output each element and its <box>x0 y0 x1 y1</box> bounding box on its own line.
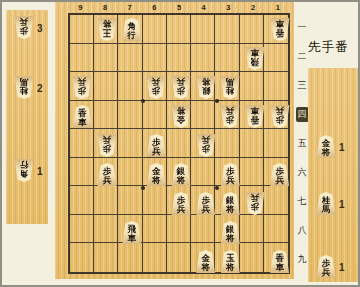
square-2三[interactable] <box>240 72 264 101</box>
square-2六[interactable] <box>240 158 264 187</box>
square-2八[interactable] <box>240 215 264 244</box>
file-coordinate-labels: 987654321 <box>68 2 290 13</box>
square-4八[interactable] <box>191 215 215 244</box>
hand-count-桂馬: 1 <box>339 199 345 210</box>
square-1二[interactable] <box>264 44 288 73</box>
rank-label-八: 八 <box>295 216 309 245</box>
square-5一[interactable] <box>167 15 191 44</box>
square-5九[interactable] <box>167 243 191 272</box>
square-2一[interactable] <box>240 15 264 44</box>
square-9八[interactable] <box>70 215 94 244</box>
square-9七[interactable] <box>70 186 94 215</box>
square-4二[interactable] <box>191 44 215 73</box>
file-label-3: 3 <box>216 2 241 13</box>
file-label-8: 8 <box>93 2 118 13</box>
hand-count-歩兵: 1 <box>339 262 345 273</box>
square-4六[interactable] <box>191 158 215 187</box>
square-1七[interactable] <box>264 186 288 215</box>
hand-count-金将: 1 <box>339 142 345 153</box>
square-7七[interactable] <box>118 186 142 215</box>
square-7五[interactable] <box>118 129 142 158</box>
square-5五[interactable] <box>167 129 191 158</box>
square-7九[interactable] <box>118 243 142 272</box>
rank-label-五: 五 <box>295 129 309 158</box>
square-9一[interactable] <box>70 15 94 44</box>
square-4四[interactable] <box>191 101 215 130</box>
file-label-4: 4 <box>191 2 216 13</box>
rank-coordinate-labels: 一二三四五六七八九 <box>295 13 309 274</box>
square-6四[interactable] <box>143 101 167 130</box>
square-6八[interactable] <box>143 215 167 244</box>
rank-label-七: 七 <box>295 187 309 216</box>
rank-label-九: 九 <box>295 245 309 274</box>
square-9二[interactable] <box>70 44 94 73</box>
file-label-5: 5 <box>167 2 192 13</box>
piece-桂馬-hand[interactable]: 桂馬 <box>14 76 34 99</box>
shogi-board: 987654321 <box>55 2 294 279</box>
file-label-7: 7 <box>117 2 142 13</box>
rank-label-三: 三 <box>295 71 309 100</box>
shogi-app-window: { "game": "shogi", "position": { "sfen":… <box>0 0 360 287</box>
square-5二[interactable] <box>167 44 191 73</box>
square-9六[interactable] <box>70 158 94 187</box>
gote-captured-pieces-stand: 歩兵3桂馬2角行1 <box>6 10 48 224</box>
square-1三[interactable] <box>264 72 288 101</box>
rank-label-一: 一 <box>295 13 309 42</box>
square-7四[interactable] <box>118 101 142 130</box>
piece-金将-hand[interactable]: 金将 <box>316 135 336 158</box>
square-8四[interactable] <box>94 101 118 130</box>
square-8八[interactable] <box>94 215 118 244</box>
square-8九[interactable] <box>94 243 118 272</box>
square-7二[interactable] <box>118 44 142 73</box>
rank-label-二: 二 <box>295 42 309 71</box>
hoshi-dot <box>215 99 219 103</box>
square-6九[interactable] <box>143 243 167 272</box>
file-label-1: 1 <box>265 2 290 13</box>
square-9五[interactable] <box>70 129 94 158</box>
rank-label-六: 六 <box>295 158 309 187</box>
turn-indicator: 先手番 <box>308 39 349 56</box>
rank-label-四: 四 <box>295 100 309 129</box>
file-label-9: 9 <box>68 2 93 13</box>
piece-歩兵-hand[interactable]: 歩兵 <box>14 16 34 39</box>
square-6七[interactable] <box>143 186 167 215</box>
square-2五[interactable] <box>240 129 264 158</box>
sente-captured-pieces-stand: 金将1桂馬1歩兵1 <box>308 68 359 282</box>
hoshi-dot <box>141 99 145 103</box>
piece-桂馬-hand[interactable]: 桂馬 <box>316 192 336 215</box>
square-1五[interactable] <box>264 129 288 158</box>
square-4一[interactable] <box>191 15 215 44</box>
file-label-2: 2 <box>241 2 266 13</box>
square-2九[interactable] <box>240 243 264 272</box>
file-label-6: 6 <box>142 2 167 13</box>
piece-角行-hand[interactable]: 角行 <box>14 159 34 182</box>
square-6二[interactable] <box>143 44 167 73</box>
piece-歩兵-hand[interactable]: 歩兵 <box>316 255 336 278</box>
square-8三[interactable] <box>94 72 118 101</box>
square-3二[interactable] <box>215 44 239 73</box>
square-3一[interactable] <box>215 15 239 44</box>
square-1八[interactable] <box>264 215 288 244</box>
square-8二[interactable] <box>94 44 118 73</box>
square-6一[interactable] <box>143 15 167 44</box>
square-7三[interactable] <box>118 72 142 101</box>
square-9九[interactable] <box>70 243 94 272</box>
square-7六[interactable] <box>118 158 142 187</box>
hoshi-dot <box>215 186 219 190</box>
square-5八[interactable] <box>167 215 191 244</box>
square-8七[interactable] <box>94 186 118 215</box>
square-3五[interactable] <box>215 129 239 158</box>
hand-count-歩兵: 3 <box>37 23 43 34</box>
hand-count-角行: 1 <box>37 166 43 177</box>
hoshi-dot <box>141 186 145 190</box>
hand-count-桂馬: 2 <box>37 83 43 94</box>
